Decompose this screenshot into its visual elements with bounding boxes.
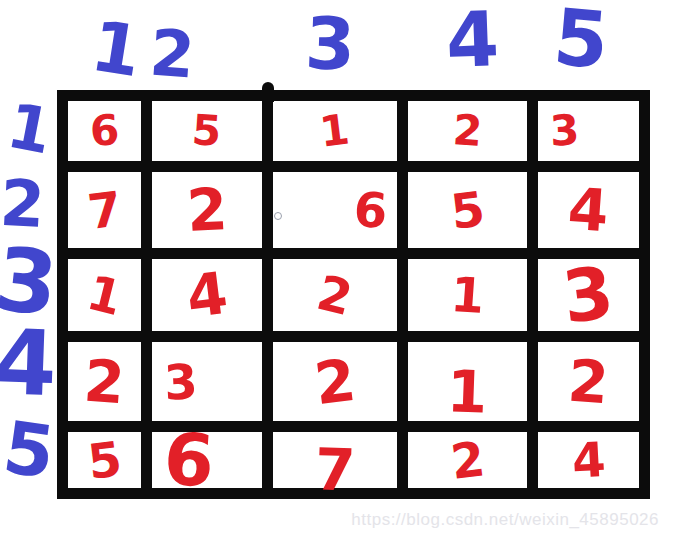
grid-cell-r5c2: 6 (152, 432, 262, 488)
grid-cell-r4c1: 2 (68, 342, 141, 421)
grid-cell-r3c5: 3 (538, 259, 639, 331)
grid-cell-r5c4: 2 (408, 432, 527, 488)
column-label-1: 1 (87, 11, 146, 88)
column-label-4: 4 (445, 1, 501, 79)
grid-cell-r1c5: 3 (538, 101, 639, 161)
grid-cell-r1c3: 1 (273, 101, 397, 161)
small-circle-mark (274, 212, 282, 220)
grid-cell-r2c5: 4 (538, 172, 639, 248)
watermark-url: https://blog.csdn.net/weixin_45895026 (351, 510, 659, 530)
column-label-3: 3 (304, 7, 357, 81)
grid-cell-r5c3: 7 (273, 432, 397, 488)
grid-cell-r3c3: 2 (273, 259, 397, 331)
grid-cell-r5c5: 4 (538, 432, 639, 488)
row-label-4: 4 (0, 317, 58, 409)
column-label-5: 5 (551, 0, 612, 80)
column-label-2: 2 (148, 21, 197, 88)
grid-cell-r2c4: 5 (408, 172, 527, 248)
row-label-5: 5 (0, 411, 59, 489)
grid-line-stub (262, 82, 274, 102)
grid-cell-r4c2: 3 (152, 342, 262, 421)
grid-cell-r3c1: 1 (68, 259, 141, 331)
whiteboard-canvas: 1 2 3 4 5 1 2 3 4 5 6 5 1 2 3 7 2 6 5 4 … (0, 0, 677, 542)
grid-cell-r5c1: 5 (68, 432, 141, 488)
row-label-1: 1 (2, 94, 56, 163)
number-grid: 6 5 1 2 3 7 2 6 5 4 1 4 2 1 3 2 3 2 1 2 … (57, 90, 650, 499)
grid-cell-r2c2: 2 (152, 172, 262, 248)
grid-cell-r2c1: 7 (68, 172, 141, 248)
grid-cell-r4c5: 2 (538, 342, 639, 421)
grid-cell-r1c2: 5 (152, 101, 262, 161)
grid-cell-r3c2: 4 (152, 259, 262, 331)
grid-cell-r3c4: 1 (408, 259, 527, 331)
grid-cell-r4c4: 1 (408, 342, 527, 421)
grid-cell-r1c1: 6 (68, 101, 141, 161)
grid-cell-r1c4: 2 (408, 101, 527, 161)
grid-cell-r2c3: 6 (273, 172, 397, 248)
grid-cell-r4c3: 2 (273, 342, 397, 421)
